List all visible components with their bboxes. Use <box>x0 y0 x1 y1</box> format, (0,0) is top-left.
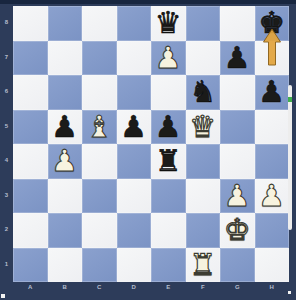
square-e6[interactable] <box>151 75 186 110</box>
square-h4[interactable] <box>255 144 290 179</box>
square-h5[interactable] <box>255 110 290 145</box>
square-f5[interactable]: ♛ <box>186 110 221 145</box>
chess-app-window: ♛♚♟♟♞♟♟♝♟♟♛♟♜♟♟♚♜ 87654321ABCDEFGH <box>0 0 296 300</box>
file-label-b: B <box>48 284 83 292</box>
square-c2[interactable] <box>82 213 117 248</box>
window-top-edge <box>0 0 296 4</box>
square-d6[interactable] <box>117 75 152 110</box>
black-pawn-e5[interactable]: ♟ <box>151 110 186 145</box>
square-d3[interactable] <box>117 179 152 214</box>
square-f4[interactable] <box>186 144 221 179</box>
square-f6[interactable]: ♞ <box>186 75 221 110</box>
square-h8[interactable]: ♚ <box>255 6 290 41</box>
square-g4[interactable] <box>220 144 255 179</box>
square-c5[interactable]: ♝ <box>82 110 117 145</box>
black-queen-e8[interactable]: ♛ <box>151 6 186 41</box>
white-pawn-b4[interactable]: ♟ <box>48 144 83 179</box>
square-a1[interactable] <box>13 248 48 283</box>
square-b5[interactable]: ♟ <box>48 110 83 145</box>
rank-label-1: 1 <box>2 261 11 267</box>
square-f8[interactable] <box>186 6 221 41</box>
file-label-g: G <box>220 284 255 292</box>
square-h1[interactable] <box>255 248 290 283</box>
square-e7[interactable]: ♟ <box>151 41 186 76</box>
square-b8[interactable] <box>48 6 83 41</box>
file-label-e: E <box>151 284 186 292</box>
square-g3[interactable]: ♟ <box>220 179 255 214</box>
rank-label-4: 4 <box>2 157 11 163</box>
square-c3[interactable] <box>82 179 117 214</box>
square-h7[interactable] <box>255 41 290 76</box>
rank-label-8: 8 <box>2 19 11 25</box>
file-label-f: F <box>186 284 221 292</box>
square-g5[interactable] <box>220 110 255 145</box>
square-d2[interactable] <box>117 213 152 248</box>
square-d4[interactable] <box>117 144 152 179</box>
square-c8[interactable] <box>82 6 117 41</box>
rank-label-6: 6 <box>2 88 11 94</box>
square-d1[interactable] <box>117 248 152 283</box>
square-a8[interactable] <box>13 6 48 41</box>
square-a4[interactable] <box>13 144 48 179</box>
rank-label-5: 5 <box>2 123 11 129</box>
square-f7[interactable] <box>186 41 221 76</box>
black-king-h8[interactable]: ♚ <box>255 6 290 41</box>
square-f2[interactable] <box>186 213 221 248</box>
square-b7[interactable] <box>48 41 83 76</box>
rank-label-3: 3 <box>2 192 11 198</box>
square-b4[interactable]: ♟ <box>48 144 83 179</box>
white-bishop-c5[interactable]: ♝ <box>82 110 117 145</box>
white-pawn-h3[interactable]: ♟ <box>255 179 290 214</box>
square-b1[interactable] <box>48 248 83 283</box>
file-label-a: A <box>13 284 48 292</box>
rank-label-2: 2 <box>2 226 11 232</box>
scrollbar-track[interactable] <box>288 85 292 230</box>
square-d7[interactable] <box>117 41 152 76</box>
square-e2[interactable] <box>151 213 186 248</box>
square-h2[interactable] <box>255 213 290 248</box>
square-d8[interactable] <box>117 6 152 41</box>
white-queen-f5[interactable]: ♛ <box>186 110 221 145</box>
square-b6[interactable] <box>48 75 83 110</box>
square-b3[interactable] <box>48 179 83 214</box>
square-a2[interactable] <box>13 213 48 248</box>
square-g6[interactable] <box>220 75 255 110</box>
black-pawn-g7[interactable]: ♟ <box>220 41 255 76</box>
black-rook-e4[interactable]: ♜ <box>151 144 186 179</box>
square-c1[interactable] <box>82 248 117 283</box>
square-a7[interactable] <box>13 41 48 76</box>
square-e1[interactable] <box>151 248 186 283</box>
chess-board[interactable]: ♛♚♟♟♞♟♟♝♟♟♛♟♜♟♟♚♜ <box>13 6 289 282</box>
black-pawn-b5[interactable]: ♟ <box>48 110 83 145</box>
square-c4[interactable] <box>82 144 117 179</box>
file-label-h: H <box>255 284 290 292</box>
square-a5[interactable] <box>13 110 48 145</box>
square-f1[interactable]: ♜ <box>186 248 221 283</box>
square-a3[interactable] <box>13 179 48 214</box>
square-a6[interactable] <box>13 75 48 110</box>
square-c7[interactable] <box>82 41 117 76</box>
square-g1[interactable] <box>220 248 255 283</box>
corner-marker-bottom-left <box>1 294 5 298</box>
square-h3[interactable]: ♟ <box>255 179 290 214</box>
square-b2[interactable] <box>48 213 83 248</box>
square-g7[interactable]: ♟ <box>220 41 255 76</box>
file-label-d: D <box>117 284 152 292</box>
white-king-g2[interactable]: ♚ <box>220 213 255 248</box>
black-pawn-h6[interactable]: ♟ <box>255 75 290 110</box>
square-d5[interactable]: ♟ <box>117 110 152 145</box>
square-h6[interactable]: ♟ <box>255 75 290 110</box>
square-f3[interactable] <box>186 179 221 214</box>
square-e4[interactable]: ♜ <box>151 144 186 179</box>
black-knight-f6[interactable]: ♞ <box>186 75 221 110</box>
scrollbar-marker <box>288 97 292 102</box>
black-pawn-d5[interactable]: ♟ <box>117 110 152 145</box>
square-e5[interactable]: ♟ <box>151 110 186 145</box>
square-g8[interactable] <box>220 6 255 41</box>
rank-label-7: 7 <box>2 54 11 60</box>
white-rook-f1[interactable]: ♜ <box>186 248 221 283</box>
file-label-c: C <box>82 284 117 292</box>
white-pawn-e7[interactable]: ♟ <box>151 41 186 76</box>
white-pawn-g3[interactable]: ♟ <box>220 179 255 214</box>
square-g2[interactable]: ♚ <box>220 213 255 248</box>
square-c6[interactable] <box>82 75 117 110</box>
corner-marker-bottom-right <box>288 291 291 294</box>
square-e3[interactable] <box>151 179 186 214</box>
square-e8[interactable]: ♛ <box>151 6 186 41</box>
